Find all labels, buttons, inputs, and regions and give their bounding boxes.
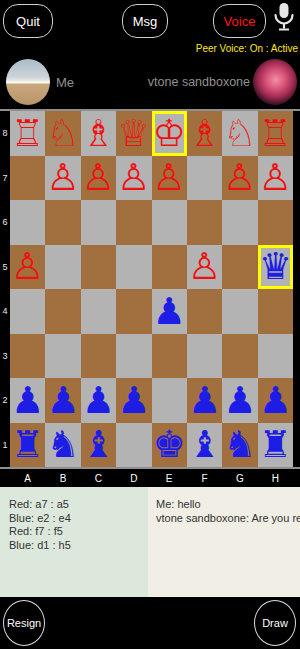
bottom-bar: Resign Draw xyxy=(0,597,300,649)
chess-board: 87654321 ♖♘♗♕♔♗♘♖♙♙♙♙♙♙♙♙♛♟♟♟♟♟♟♟♟♜♞♝♚♝♞… xyxy=(0,109,300,469)
move-list-panel: Red: a7 : a5 Blue: e2 : e4 Red: f7 : f5 … xyxy=(0,487,148,597)
file-label-H: H xyxy=(258,469,293,487)
blue-queen-piece: ♛ xyxy=(259,248,292,285)
move-entry: Blue: d1 : h5 xyxy=(9,539,148,553)
square-f4[interactable] xyxy=(187,289,222,334)
my-avatar[interactable] xyxy=(6,59,50,105)
quit-button[interactable]: Quit xyxy=(3,4,53,38)
file-label-B: B xyxy=(45,469,80,487)
rank-label-7: 7 xyxy=(0,156,10,201)
square-e8[interactable]: ♔ xyxy=(152,111,187,156)
opponent-name-label: vtone sandboxone xyxy=(148,75,250,89)
move-entry: Red: a7 : a5 xyxy=(9,498,148,512)
file-label-E: E xyxy=(152,469,187,487)
file-label-C: C xyxy=(81,469,116,487)
file-label-A: A xyxy=(10,469,45,487)
square-d8[interactable]: ♕ xyxy=(116,111,151,156)
red-king-piece: ♔ xyxy=(153,115,186,152)
microphone-icon[interactable] xyxy=(272,2,296,36)
square-g8[interactable]: ♘ xyxy=(222,111,257,156)
blue-knight-piece: ♞ xyxy=(223,426,256,463)
blue-knight-piece: ♞ xyxy=(46,426,79,463)
rank-label-1: 1 xyxy=(0,423,10,468)
square-c6[interactable] xyxy=(81,200,116,245)
info-panels: Red: a7 : a5 Blue: e2 : e4 Red: f7 : f5 … xyxy=(0,487,300,597)
square-g7[interactable]: ♙ xyxy=(222,156,257,201)
square-d2[interactable]: ♟ xyxy=(116,378,151,423)
top-bar: Quit Msg Voice Peer Voice: On : Active xyxy=(0,0,300,55)
chat-panel: Me: hello vtone sandboxone: Are you read… xyxy=(148,487,300,597)
red-pawn-piece: ♙ xyxy=(153,159,186,196)
blue-pawn-piece: ♟ xyxy=(46,382,79,419)
voice-button[interactable]: Voice xyxy=(213,4,266,38)
move-entry: Red: f7 : f5 xyxy=(9,525,148,539)
peer-voice-status: Peer Voice: On : Active xyxy=(196,43,298,54)
blue-pawn-piece: ♟ xyxy=(11,382,44,419)
blue-pawn-piece: ♟ xyxy=(259,382,292,419)
square-d7[interactable]: ♙ xyxy=(116,156,151,201)
square-b8[interactable]: ♘ xyxy=(45,111,80,156)
blue-king-piece: ♚ xyxy=(153,426,186,463)
square-d3[interactable] xyxy=(116,334,151,379)
square-a3[interactable] xyxy=(10,334,45,379)
square-g6[interactable] xyxy=(222,200,257,245)
red-pawn-piece: ♙ xyxy=(11,248,44,285)
rank-label-5: 5 xyxy=(0,245,10,290)
red-pawn-piece: ♙ xyxy=(259,159,292,196)
square-b6[interactable] xyxy=(45,200,80,245)
square-e7[interactable]: ♙ xyxy=(152,156,187,201)
square-e2[interactable] xyxy=(152,378,187,423)
red-pawn-piece: ♙ xyxy=(188,248,221,285)
square-b3[interactable] xyxy=(45,334,80,379)
square-b5[interactable] xyxy=(45,245,80,290)
square-f5[interactable]: ♙ xyxy=(187,245,222,290)
square-h5[interactable]: ♛ xyxy=(258,245,293,290)
msg-button[interactable]: Msg xyxy=(122,4,168,38)
square-c8[interactable]: ♗ xyxy=(81,111,116,156)
square-e6[interactable] xyxy=(152,200,187,245)
my-name-label: Me xyxy=(56,75,74,90)
square-g3[interactable] xyxy=(222,334,257,379)
square-e3[interactable] xyxy=(152,334,187,379)
blue-rook-piece: ♜ xyxy=(259,426,292,463)
red-pawn-piece: ♙ xyxy=(117,159,150,196)
square-b2[interactable]: ♟ xyxy=(45,378,80,423)
resign-button[interactable]: Resign xyxy=(3,600,45,646)
square-c2[interactable]: ♟ xyxy=(81,378,116,423)
square-g4[interactable] xyxy=(222,289,257,334)
square-h7[interactable]: ♙ xyxy=(258,156,293,201)
blue-pawn-piece: ♟ xyxy=(153,293,186,330)
players-row: Me vtone sandboxone xyxy=(0,55,300,109)
blue-bishop-piece: ♝ xyxy=(82,426,115,463)
rank-label-4: 4 xyxy=(0,289,10,334)
draw-button[interactable]: Draw xyxy=(254,600,296,646)
rank-label-3: 3 xyxy=(0,334,10,379)
square-e5[interactable] xyxy=(152,245,187,290)
rank-labels: 87654321 xyxy=(0,111,10,467)
red-knight-piece: ♘ xyxy=(46,115,79,152)
red-pawn-piece: ♙ xyxy=(46,159,79,196)
square-g1[interactable]: ♞ xyxy=(222,423,257,468)
square-g5[interactable] xyxy=(222,245,257,290)
square-a5[interactable]: ♙ xyxy=(10,245,45,290)
square-f3[interactable] xyxy=(187,334,222,379)
file-label-F: F xyxy=(187,469,222,487)
square-d6[interactable] xyxy=(116,200,151,245)
file-labels: ABCDEFGH xyxy=(10,469,300,487)
square-h2[interactable]: ♟ xyxy=(258,378,293,423)
red-rook-piece: ♖ xyxy=(259,115,292,152)
square-f2[interactable]: ♟ xyxy=(187,378,222,423)
blue-pawn-piece: ♟ xyxy=(223,382,256,419)
chat-message: vtone sandboxone: Are you ready? xyxy=(156,512,300,526)
red-knight-piece: ♘ xyxy=(223,115,256,152)
square-b1[interactable]: ♞ xyxy=(45,423,80,468)
square-c1[interactable]: ♝ xyxy=(81,423,116,468)
square-e4[interactable]: ♟ xyxy=(152,289,187,334)
square-f7[interactable] xyxy=(187,156,222,201)
blue-pawn-piece: ♟ xyxy=(188,382,221,419)
red-pawn-piece: ♙ xyxy=(82,159,115,196)
chat-message: Me: hello xyxy=(156,498,300,512)
square-c5[interactable] xyxy=(81,245,116,290)
square-d4[interactable] xyxy=(116,289,151,334)
square-h6[interactable] xyxy=(258,200,293,245)
square-f6[interactable] xyxy=(187,200,222,245)
blue-pawn-piece: ♟ xyxy=(117,382,150,419)
file-label-D: D xyxy=(116,469,151,487)
square-c7[interactable]: ♙ xyxy=(81,156,116,201)
square-a4[interactable] xyxy=(10,289,45,334)
square-b4[interactable] xyxy=(45,289,80,334)
square-c4[interactable] xyxy=(81,289,116,334)
opponent-avatar[interactable] xyxy=(253,59,297,105)
square-c3[interactable] xyxy=(81,334,116,379)
red-bishop-piece: ♗ xyxy=(82,115,115,152)
move-entry: Blue: e2 : e4 xyxy=(9,512,148,526)
file-label-G: G xyxy=(222,469,257,487)
rank-label-8: 8 xyxy=(0,111,10,156)
red-pawn-piece: ♙ xyxy=(223,159,256,196)
blue-pawn-piece: ♟ xyxy=(82,382,115,419)
rank-label-2: 2 xyxy=(0,378,10,423)
square-b7[interactable]: ♙ xyxy=(45,156,80,201)
square-f1[interactable]: ♝ xyxy=(187,423,222,468)
square-a8[interactable]: ♖ xyxy=(10,111,45,156)
square-a7[interactable] xyxy=(10,156,45,201)
square-h8[interactable]: ♖ xyxy=(258,111,293,156)
blue-bishop-piece: ♝ xyxy=(188,426,221,463)
red-queen-piece: ♕ xyxy=(117,115,150,152)
red-bishop-piece: ♗ xyxy=(188,115,221,152)
square-h1[interactable]: ♜ xyxy=(258,423,293,468)
square-e1[interactable]: ♚ xyxy=(152,423,187,468)
rank-label-6: 6 xyxy=(0,200,10,245)
blue-rook-piece: ♜ xyxy=(11,426,44,463)
square-f8[interactable]: ♗ xyxy=(187,111,222,156)
square-g2[interactable]: ♟ xyxy=(222,378,257,423)
square-d1[interactable] xyxy=(116,423,151,468)
red-rook-piece: ♖ xyxy=(11,115,44,152)
square-a6[interactable] xyxy=(10,200,45,245)
chess-app: Quit Msg Voice Peer Voice: On : Active M… xyxy=(0,0,300,649)
square-h4[interactable] xyxy=(258,289,293,334)
board-grid: ♖♘♗♕♔♗♘♖♙♙♙♙♙♙♙♙♛♟♟♟♟♟♟♟♟♜♞♝♚♝♞♜ xyxy=(10,111,293,467)
square-a2[interactable]: ♟ xyxy=(10,378,45,423)
square-a1[interactable]: ♜ xyxy=(10,423,45,468)
square-h3[interactable] xyxy=(258,334,293,379)
square-d5[interactable] xyxy=(116,245,151,290)
